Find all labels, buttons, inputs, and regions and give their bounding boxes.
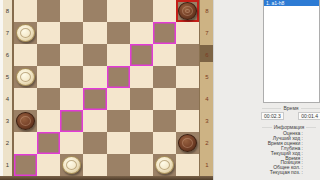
square-a5[interactable] (14, 66, 37, 88)
square-c5[interactable] (60, 66, 83, 88)
white-man-piece[interactable] (16, 24, 35, 42)
square-g2[interactable] (153, 132, 176, 154)
square-e8[interactable] (107, 0, 130, 22)
board-frame-right: 87654321 (199, 0, 214, 176)
square-g6[interactable] (153, 44, 176, 66)
right-ranks: 87654321 (200, 0, 214, 176)
square-h6[interactable] (176, 44, 199, 66)
rank-label-2: 2 (3, 132, 12, 154)
board-frame-bottom (0, 176, 213, 180)
square-g4[interactable] (153, 88, 176, 110)
square-d1[interactable] (83, 154, 106, 176)
piece-ring (20, 116, 31, 126)
left-ranks: 87654321 (3, 0, 12, 176)
board[interactable] (14, 0, 199, 176)
square-d4[interactable] (83, 88, 106, 110)
side-panel: 1. a1-h8 Время 00:02.3 00:01.4 Информаци… (213, 0, 320, 180)
square-e6[interactable] (107, 44, 130, 66)
square-a8[interactable] (14, 0, 37, 22)
square-a3[interactable] (14, 110, 37, 132)
rank-label-3: 3 (3, 110, 12, 132)
square-c2[interactable] (60, 132, 83, 154)
rank-label-2: 2 (200, 132, 214, 154)
square-d7[interactable] (83, 22, 106, 44)
rank-label-3: 3 (200, 110, 214, 132)
black-man-piece[interactable] (178, 134, 197, 152)
square-c3[interactable] (60, 110, 83, 132)
square-h5[interactable] (176, 66, 199, 88)
square-b2[interactable] (37, 132, 60, 154)
square-h7[interactable] (176, 22, 199, 44)
move-list-selected-row[interactable]: 1. a1-h8 (264, 0, 319, 6)
black-king-piece[interactable] (178, 2, 197, 20)
square-d5[interactable] (83, 66, 106, 88)
move-list[interactable]: 1. a1-h8 (263, 0, 320, 103)
info-rows: Оценка :Лучший ход :Время оценки :Глубин… (234, 131, 318, 175)
square-g7[interactable] (153, 22, 176, 44)
rank-label-5: 5 (200, 66, 214, 88)
square-f6[interactable] (130, 44, 153, 66)
black-man-piece[interactable] (16, 112, 35, 130)
square-h1[interactable] (176, 154, 199, 176)
piece-ring (20, 72, 31, 82)
square-a6[interactable] (14, 44, 37, 66)
square-b3[interactable] (37, 110, 60, 132)
square-h4[interactable] (176, 88, 199, 110)
square-g3[interactable] (153, 110, 176, 132)
rank-label-5: 5 (3, 66, 12, 88)
square-h2[interactable] (176, 132, 199, 154)
white-clock: 00:02.3 (261, 112, 284, 120)
clock-group: Время 00:02.3 00:01.4 (260, 105, 320, 120)
square-e3[interactable] (107, 110, 130, 132)
square-e2[interactable] (107, 132, 130, 154)
square-e7[interactable] (107, 22, 130, 44)
square-d3[interactable] (83, 110, 106, 132)
square-f4[interactable] (130, 88, 153, 110)
square-g5[interactable] (153, 66, 176, 88)
square-f2[interactable] (130, 132, 153, 154)
square-a2[interactable] (14, 132, 37, 154)
square-f1[interactable] (130, 154, 153, 176)
square-f8[interactable] (130, 0, 153, 22)
rank-label-4: 4 (200, 88, 214, 110)
square-c1[interactable] (60, 154, 83, 176)
piece-ring (182, 138, 193, 148)
square-g1[interactable] (153, 154, 176, 176)
rank-label-1: 1 (200, 154, 214, 176)
clock-caption-label: Время (283, 105, 298, 111)
board-frame-left: 87654321 (3, 0, 14, 176)
info-label: Текущая поз. : (234, 170, 318, 175)
square-a7[interactable] (14, 22, 37, 44)
piece-ring (20, 28, 31, 38)
rank-label-6: 6 (200, 44, 214, 66)
square-b8[interactable] (37, 0, 60, 22)
square-d6[interactable] (83, 44, 106, 66)
square-f7[interactable] (130, 22, 153, 44)
square-b1[interactable] (37, 154, 60, 176)
square-d8[interactable] (83, 0, 106, 22)
square-e5[interactable] (107, 66, 130, 88)
piece-ring (66, 160, 77, 170)
square-b4[interactable] (37, 88, 60, 110)
square-h3[interactable] (176, 110, 199, 132)
square-e1[interactable] (107, 154, 130, 176)
square-a4[interactable] (14, 88, 37, 110)
white-man-piece[interactable] (155, 156, 174, 174)
square-c7[interactable] (60, 22, 83, 44)
checkers-app-window: 87654321 87654321 1. a1-h8 Время 00:02.3… (0, 0, 320, 180)
square-c6[interactable] (60, 44, 83, 66)
square-b7[interactable] (37, 22, 60, 44)
white-man-piece[interactable] (16, 68, 35, 86)
square-f5[interactable] (130, 66, 153, 88)
rank-label-7: 7 (3, 22, 12, 44)
rank-label-7: 7 (200, 22, 214, 44)
square-d2[interactable] (83, 132, 106, 154)
rank-label-4: 4 (3, 88, 12, 110)
square-f3[interactable] (130, 110, 153, 132)
square-h8[interactable] (176, 0, 199, 22)
piece-ring (159, 160, 170, 170)
rank-label-6: 6 (3, 44, 12, 66)
rank-label-8: 8 (200, 0, 214, 22)
rank-label-8: 8 (3, 0, 12, 22)
square-g8[interactable] (153, 0, 176, 22)
king-ring (185, 9, 190, 13)
rank-label-1: 1 (3, 154, 12, 176)
white-man-piece[interactable] (62, 156, 81, 174)
black-clock: 00:01.4 (298, 112, 320, 120)
square-c8[interactable] (60, 0, 83, 22)
square-b5[interactable] (37, 66, 60, 88)
info-group: Информация Оценка :Лучший ход :Время оце… (234, 124, 318, 175)
square-b6[interactable] (37, 44, 60, 66)
square-c4[interactable] (60, 88, 83, 110)
square-a1[interactable] (14, 154, 37, 176)
square-e4[interactable] (107, 88, 130, 110)
